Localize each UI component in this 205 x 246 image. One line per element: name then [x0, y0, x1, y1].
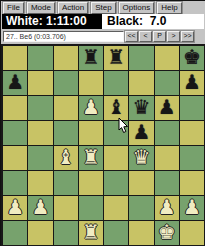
- square-f4[interactable]: ♛: [129, 146, 153, 170]
- white-rook-piece[interactable]: ♜: [82, 222, 100, 242]
- square-g8[interactable]: [155, 46, 179, 70]
- menu-step[interactable]: Step: [91, 2, 115, 14]
- square-a8[interactable]: [3, 46, 27, 70]
- square-d2[interactable]: [79, 196, 103, 220]
- square-c4[interactable]: ♝: [54, 146, 78, 170]
- square-f7[interactable]: [129, 71, 153, 95]
- square-f5[interactable]: ♟: [129, 121, 153, 145]
- square-b7[interactable]: [28, 71, 52, 95]
- chess-app-window: FileModeActionStepOptionsHelp White: 1:1…: [0, 0, 205, 246]
- square-a1[interactable]: [3, 221, 27, 245]
- nav-fast-forward-button[interactable]: >>: [181, 31, 194, 42]
- square-e8[interactable]: ♜: [104, 46, 128, 70]
- white-pawn-piece[interactable]: ♟: [158, 197, 176, 217]
- square-h4[interactable]: [180, 146, 204, 170]
- square-b3[interactable]: [28, 171, 52, 195]
- square-f2[interactable]: [129, 196, 153, 220]
- square-d5[interactable]: [79, 121, 103, 145]
- square-g3[interactable]: [155, 171, 179, 195]
- square-e5[interactable]: [104, 121, 128, 145]
- square-h2[interactable]: ♟: [180, 196, 204, 220]
- square-b4[interactable]: [28, 146, 52, 170]
- square-e4[interactable]: [104, 146, 128, 170]
- menu-mode[interactable]: Mode: [27, 2, 55, 14]
- square-c7[interactable]: [54, 71, 78, 95]
- white-pawn-piece[interactable]: ♟: [31, 197, 49, 217]
- square-h3[interactable]: [180, 171, 204, 195]
- black-pawn-piece[interactable]: ♟: [158, 97, 176, 117]
- square-a4[interactable]: [3, 146, 27, 170]
- square-h1[interactable]: [180, 221, 204, 245]
- square-d3[interactable]: [79, 171, 103, 195]
- menu-help[interactable]: Help: [157, 2, 181, 14]
- square-d4[interactable]: ♜: [79, 146, 103, 170]
- black-pawn-piece[interactable]: ♟: [6, 72, 24, 92]
- square-g4[interactable]: [155, 146, 179, 170]
- square-f6[interactable]: ♛: [129, 96, 153, 120]
- square-g5[interactable]: [155, 121, 179, 145]
- black-queen-piece[interactable]: ♛: [132, 97, 150, 117]
- menu-bar: FileModeActionStepOptionsHelp: [1, 1, 205, 14]
- square-c1[interactable]: [54, 221, 78, 245]
- nav-step-back-button[interactable]: <: [139, 31, 152, 42]
- square-h8[interactable]: ♚: [180, 46, 204, 70]
- square-h7[interactable]: ♟: [180, 71, 204, 95]
- square-f1[interactable]: [129, 221, 153, 245]
- square-b8[interactable]: [28, 46, 52, 70]
- white-rook-piece[interactable]: ♜: [82, 147, 100, 167]
- black-bishop-piece[interactable]: ♝: [107, 97, 125, 117]
- square-f8[interactable]: [129, 46, 153, 70]
- square-d1[interactable]: ♜: [79, 221, 103, 245]
- square-e6[interactable]: ♝: [104, 96, 128, 120]
- black-pawn-piece[interactable]: ♟: [132, 122, 150, 142]
- square-g1[interactable]: ♚: [155, 221, 179, 245]
- square-e1[interactable]: [104, 221, 128, 245]
- white-pawn-piece[interactable]: ♟: [183, 197, 201, 217]
- square-b1[interactable]: [28, 221, 52, 245]
- square-c8[interactable]: [54, 46, 78, 70]
- square-b2[interactable]: ♟: [28, 196, 52, 220]
- move-bar: 27.. Be6 (0:03.706) <<<P>>>: [1, 29, 205, 44]
- move-message-field[interactable]: 27.. Be6 (0:03.706): [3, 31, 124, 42]
- chess-board: ♜♜♚♟♟♟♝♛♟♟♝♜♛♟♟♟♟♜♚: [1, 44, 205, 246]
- menu-options[interactable]: Options: [119, 2, 155, 14]
- white-pawn-piece[interactable]: ♟: [82, 97, 100, 117]
- nav-rewind-button[interactable]: <<: [125, 31, 138, 42]
- white-queen-piece[interactable]: ♛: [132, 147, 150, 167]
- nav-pause-button[interactable]: P: [153, 31, 166, 42]
- black-pawn-piece[interactable]: ♟: [183, 72, 201, 92]
- square-h6[interactable]: [180, 96, 204, 120]
- square-d6[interactable]: ♟: [79, 96, 103, 120]
- square-a3[interactable]: [3, 171, 27, 195]
- square-h5[interactable]: [180, 121, 204, 145]
- square-g2[interactable]: ♟: [155, 196, 179, 220]
- square-a7[interactable]: ♟: [3, 71, 27, 95]
- square-g6[interactable]: ♟: [155, 96, 179, 120]
- square-b5[interactable]: [28, 121, 52, 145]
- square-d8[interactable]: ♜: [79, 46, 103, 70]
- black-rook-piece[interactable]: ♜: [107, 47, 125, 67]
- square-c5[interactable]: [54, 121, 78, 145]
- white-bishop-piece[interactable]: ♝: [57, 147, 75, 167]
- square-g7[interactable]: [155, 71, 179, 95]
- square-e2[interactable]: [104, 196, 128, 220]
- clock-row: White: 1:11:00 Black: 7.0: [1, 14, 205, 29]
- menu-file[interactable]: File: [3, 2, 24, 14]
- white-clock: White: 1:11:00: [2, 14, 102, 29]
- square-a6[interactable]: [3, 96, 27, 120]
- white-king-piece[interactable]: ♚: [158, 222, 176, 242]
- black-clock: Black: 7.0: [102, 14, 204, 29]
- square-c6[interactable]: [54, 96, 78, 120]
- nav-step-forward-button[interactable]: >: [167, 31, 180, 42]
- black-rook-piece[interactable]: ♜: [82, 47, 100, 67]
- black-king-piece[interactable]: ♚: [183, 47, 201, 67]
- white-pawn-piece[interactable]: ♟: [6, 197, 24, 217]
- square-e7[interactable]: [104, 71, 128, 95]
- square-c3[interactable]: [54, 171, 78, 195]
- square-a5[interactable]: [3, 121, 27, 145]
- square-a2[interactable]: ♟: [3, 196, 27, 220]
- square-f3[interactable]: [129, 171, 153, 195]
- menu-action[interactable]: Action: [58, 2, 88, 14]
- square-d7[interactable]: [79, 71, 103, 95]
- square-b6[interactable]: [28, 96, 52, 120]
- square-c2[interactable]: [54, 196, 78, 220]
- square-e3[interactable]: [104, 171, 128, 195]
